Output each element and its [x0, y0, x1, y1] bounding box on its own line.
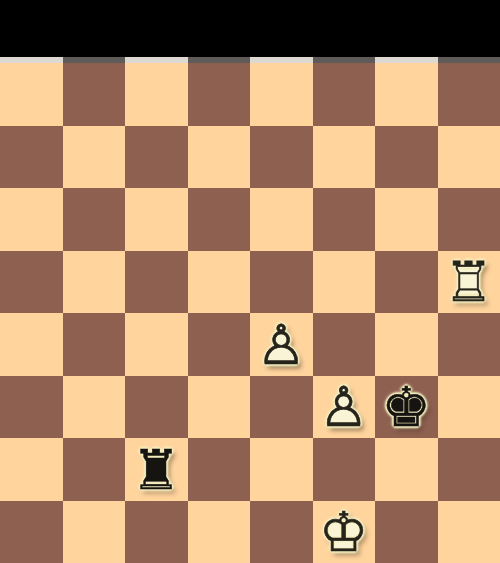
square-d3[interactable]: [188, 376, 251, 439]
square-g5[interactable]: [375, 251, 438, 314]
square-a7[interactable]: [0, 126, 63, 189]
square-c6[interactable]: [125, 188, 188, 251]
square-c7[interactable]: [125, 126, 188, 189]
square-d4[interactable]: [188, 313, 251, 376]
square-e2[interactable]: [250, 438, 313, 501]
square-f3[interactable]: ♟♙: [313, 376, 376, 439]
white-rook-outline: ♖: [438, 251, 500, 314]
square-f7[interactable]: [313, 126, 376, 189]
piece-white-rook[interactable]: ♜♖: [438, 251, 500, 314]
square-b6[interactable]: [63, 188, 126, 251]
square-c1[interactable]: [125, 501, 188, 563]
square-a3[interactable]: [0, 376, 63, 439]
square-g7[interactable]: [375, 126, 438, 189]
square-h3[interactable]: [438, 376, 500, 439]
square-b2[interactable]: [63, 438, 126, 501]
square-d1[interactable]: [188, 501, 251, 563]
square-c5[interactable]: [125, 251, 188, 314]
square-e6[interactable]: [250, 188, 313, 251]
black-rook-glyph: ♜: [125, 438, 188, 501]
square-f4[interactable]: [313, 313, 376, 376]
square-b3[interactable]: [63, 376, 126, 439]
square-f1[interactable]: ♚♔: [313, 501, 376, 563]
square-h6[interactable]: [438, 188, 500, 251]
square-a5[interactable]: [0, 251, 63, 314]
square-h2[interactable]: [438, 438, 500, 501]
square-b7[interactable]: [63, 126, 126, 189]
square-g6[interactable]: [375, 188, 438, 251]
square-a8[interactable]: [0, 63, 63, 126]
square-a4[interactable]: [0, 313, 63, 376]
top-letterbox: [0, 0, 500, 57]
square-e8[interactable]: [250, 63, 313, 126]
square-d2[interactable]: [188, 438, 251, 501]
square-h7[interactable]: [438, 126, 500, 189]
square-h8[interactable]: [438, 63, 500, 126]
square-h1[interactable]: [438, 501, 500, 563]
piece-white-king[interactable]: ♚♔: [313, 501, 376, 563]
chess-board: ♜♖♟♙♟♙♚♜♚♔: [0, 63, 500, 563]
square-b5[interactable]: [63, 251, 126, 314]
square-g1[interactable]: [375, 501, 438, 563]
square-b8[interactable]: [63, 63, 126, 126]
square-b4[interactable]: [63, 313, 126, 376]
piece-white-pawn[interactable]: ♟♙: [250, 313, 313, 376]
square-a2[interactable]: [0, 438, 63, 501]
square-g3[interactable]: ♚: [375, 376, 438, 439]
square-e3[interactable]: [250, 376, 313, 439]
square-f6[interactable]: [313, 188, 376, 251]
white-pawn-outline: ♙: [313, 376, 376, 439]
chess-app-screen: ♜♖♟♙♟♙♚♜♚♔: [0, 0, 500, 563]
square-g8[interactable]: [375, 63, 438, 126]
square-a6[interactable]: [0, 188, 63, 251]
square-h5[interactable]: ♜♖: [438, 251, 500, 314]
square-f8[interactable]: [313, 63, 376, 126]
square-e5[interactable]: [250, 251, 313, 314]
black-king-glyph: ♚: [375, 376, 438, 439]
square-c4[interactable]: [125, 313, 188, 376]
piece-white-pawn[interactable]: ♟♙: [313, 376, 376, 439]
square-c2[interactable]: ♜: [125, 438, 188, 501]
square-g2[interactable]: [375, 438, 438, 501]
square-a1[interactable]: [0, 501, 63, 563]
square-h4[interactable]: [438, 313, 500, 376]
square-e4[interactable]: ♟♙: [250, 313, 313, 376]
square-b1[interactable]: [63, 501, 126, 563]
white-king-outline: ♔: [313, 501, 376, 563]
piece-black-rook[interactable]: ♜: [125, 438, 188, 501]
square-f5[interactable]: [313, 251, 376, 314]
square-e1[interactable]: [250, 501, 313, 563]
white-pawn-outline: ♙: [250, 313, 313, 376]
square-c8[interactable]: [125, 63, 188, 126]
square-c3[interactable]: [125, 376, 188, 439]
piece-black-king[interactable]: ♚: [375, 376, 438, 439]
square-d5[interactable]: [188, 251, 251, 314]
square-d6[interactable]: [188, 188, 251, 251]
square-f2[interactable]: [313, 438, 376, 501]
square-e7[interactable]: [250, 126, 313, 189]
square-d8[interactable]: [188, 63, 251, 126]
square-g4[interactable]: [375, 313, 438, 376]
square-d7[interactable]: [188, 126, 251, 189]
